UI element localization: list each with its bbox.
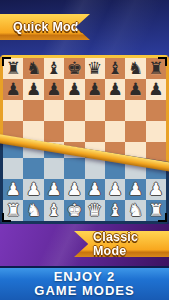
- white-pawn-piece[interactable]: ♟: [67, 179, 82, 200]
- black-knight-piece[interactable]: ♞: [128, 58, 143, 79]
- square[interactable]: [125, 100, 145, 121]
- square[interactable]: ♝: [105, 58, 125, 79]
- square[interactable]: ♟: [146, 79, 166, 100]
- square[interactable]: [3, 100, 23, 121]
- square[interactable]: ♞: [23, 58, 43, 79]
- square[interactable]: ♟: [3, 179, 23, 200]
- square[interactable]: ♟: [3, 79, 23, 100]
- square[interactable]: ♚: [64, 200, 84, 221]
- square[interactable]: [125, 121, 145, 142]
- square[interactable]: [23, 100, 43, 121]
- classic-mode-banner[interactable]: Classic Mode: [74, 231, 169, 257]
- black-pawn-piece[interactable]: ♟: [6, 79, 21, 100]
- black-pawn-piece[interactable]: ♟: [46, 79, 61, 100]
- square[interactable]: ♟: [125, 179, 145, 200]
- square[interactable]: [85, 158, 105, 179]
- square[interactable]: ♟: [85, 79, 105, 100]
- white-knight-piece[interactable]: ♞: [26, 200, 41, 221]
- black-pawn-piece[interactable]: ♟: [128, 79, 143, 100]
- footer-line1: ENJOY 2: [54, 270, 116, 285]
- black-bishop-piece[interactable]: ♝: [107, 58, 122, 79]
- square[interactable]: ♞: [23, 200, 43, 221]
- footer-line2: GAME MODES: [34, 284, 134, 299]
- square[interactable]: [64, 158, 84, 179]
- square[interactable]: [105, 121, 125, 142]
- square[interactable]: ♟: [64, 179, 84, 200]
- square[interactable]: ♟: [105, 79, 125, 100]
- square[interactable]: ♟: [23, 179, 43, 200]
- square[interactable]: ♝: [44, 58, 64, 79]
- square[interactable]: [44, 158, 64, 179]
- board-corner-accent: [2, 213, 11, 222]
- app-screen: ♜♞♝♚♛♝♞♜♟♟♟♟♟♟♟♟ ♟♟♟♟♟♟♟♟♜♞♝♚♛♝♞♜ Quick …: [0, 0, 169, 300]
- square[interactable]: ♟: [44, 179, 64, 200]
- square[interactable]: [85, 100, 105, 121]
- black-pawn-piece[interactable]: ♟: [107, 79, 122, 100]
- square[interactable]: ♞: [125, 58, 145, 79]
- square[interactable]: ♟: [64, 79, 84, 100]
- white-pawn-piece[interactable]: ♟: [107, 179, 122, 200]
- square[interactable]: [146, 100, 166, 121]
- square[interactable]: [64, 121, 84, 142]
- white-king-piece[interactable]: ♚: [67, 200, 82, 221]
- quick-mode-label: Quick Mode: [13, 20, 86, 34]
- square[interactable]: [23, 158, 43, 179]
- white-bishop-piece[interactable]: ♝: [46, 200, 61, 221]
- white-knight-piece[interactable]: ♞: [128, 200, 143, 221]
- black-pawn-piece[interactable]: ♟: [26, 79, 41, 100]
- black-pawn-piece[interactable]: ♟: [87, 79, 102, 100]
- square[interactable]: ♚: [64, 58, 84, 79]
- square[interactable]: ♛: [85, 200, 105, 221]
- black-king-piece[interactable]: ♚: [67, 58, 82, 79]
- white-pawn-piece[interactable]: ♟: [6, 179, 21, 200]
- square[interactable]: [44, 121, 64, 142]
- white-queen-piece[interactable]: ♛: [87, 200, 102, 221]
- classic-mode-label: Classic Mode: [93, 230, 169, 258]
- square[interactable]: ♟: [125, 79, 145, 100]
- black-queen-piece[interactable]: ♛: [87, 58, 102, 79]
- square[interactable]: ♞: [125, 200, 145, 221]
- square[interactable]: ♝: [44, 200, 64, 221]
- white-bishop-piece[interactable]: ♝: [107, 200, 122, 221]
- square[interactable]: [44, 100, 64, 121]
- square[interactable]: [64, 100, 84, 121]
- white-pawn-piece[interactable]: ♟: [87, 179, 102, 200]
- white-pawn-piece[interactable]: ♟: [148, 179, 163, 200]
- board-corner-accent: [158, 213, 167, 222]
- square[interactable]: ♟: [44, 79, 64, 100]
- square[interactable]: [146, 121, 166, 142]
- board-corner-accent: [158, 57, 167, 66]
- black-bishop-piece[interactable]: ♝: [46, 58, 61, 79]
- square[interactable]: ♛: [85, 58, 105, 79]
- square[interactable]: ♟: [23, 79, 43, 100]
- square[interactable]: ♟: [85, 179, 105, 200]
- square[interactable]: [105, 100, 125, 121]
- square[interactable]: [85, 121, 105, 142]
- board-corner-accent: [2, 57, 11, 66]
- footer-banner: ENJOY 2 GAME MODES: [0, 266, 169, 300]
- black-pawn-piece[interactable]: ♟: [67, 79, 82, 100]
- black-knight-piece[interactable]: ♞: [26, 58, 41, 79]
- black-pawn-piece[interactable]: ♟: [148, 79, 163, 100]
- square[interactable]: [3, 158, 23, 179]
- white-pawn-piece[interactable]: ♟: [128, 179, 143, 200]
- square[interactable]: ♟: [105, 179, 125, 200]
- white-pawn-piece[interactable]: ♟: [46, 179, 61, 200]
- square[interactable]: ♝: [105, 200, 125, 221]
- white-pawn-piece[interactable]: ♟: [26, 179, 41, 200]
- square[interactable]: ♟: [146, 179, 166, 200]
